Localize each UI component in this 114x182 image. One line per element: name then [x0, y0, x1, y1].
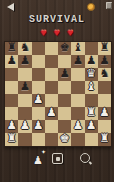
square-d3[interactable]: ♟: [45, 107, 58, 120]
square-e1[interactable]: ♚: [58, 133, 71, 146]
square-c7[interactable]: [32, 55, 45, 68]
square-b5[interactable]: ♟: [18, 81, 31, 94]
square-a7[interactable]: ♟: [5, 55, 18, 68]
square-f5[interactable]: [71, 81, 84, 94]
square-b4[interactable]: [18, 94, 31, 107]
square-b1[interactable]: [18, 133, 31, 146]
square-c2[interactable]: ♟: [32, 120, 45, 133]
piece-white-pawn[interactable]: ♟: [71, 119, 84, 132]
square-d6[interactable]: [45, 68, 58, 81]
piece-black-pawn[interactable]: ♟: [18, 54, 31, 67]
piece-powerup-button[interactable]: ♟ ✦: [30, 150, 46, 167]
piece-black-pawn[interactable]: ♟: [71, 54, 84, 67]
lens-button[interactable]: [77, 150, 93, 167]
square-f2[interactable]: ♟: [71, 120, 84, 133]
square-e8[interactable]: ♚: [58, 42, 71, 55]
square-e3[interactable]: [58, 107, 71, 120]
heart-icon: ♥: [41, 28, 47, 38]
piece-white-pawn[interactable]: ♟: [32, 119, 45, 132]
square-a1[interactable]: ♜: [5, 133, 18, 146]
square-h3[interactable]: ♟: [98, 107, 111, 120]
heart-icon: ♥: [54, 28, 60, 38]
square-c6[interactable]: [32, 68, 45, 81]
game-screen: SURVIVAL ♥ ♥ ♥ ♜♞♚♝♜♟♟♟♟♟♟♛♞♟♝♟♟♜♟♟♟♟♟♟♜…: [0, 0, 114, 182]
piece-white-king[interactable]: ♚: [58, 132, 71, 145]
square-a6[interactable]: [5, 68, 18, 81]
sparkle-icon: ✦: [41, 148, 46, 155]
piece-white-pawn[interactable]: ♟: [32, 93, 45, 106]
piece-white-bishop[interactable]: ♝: [85, 80, 98, 93]
square-b7[interactable]: ♟: [18, 55, 31, 68]
square-d7[interactable]: [45, 55, 58, 68]
square-d8[interactable]: [45, 42, 58, 55]
pawn-icon: ♟: [33, 154, 43, 167]
heart-icon: ♥: [67, 28, 73, 38]
lives-row: ♥ ♥ ♥: [0, 26, 114, 38]
square-f4[interactable]: [71, 94, 84, 107]
piece-white-rook[interactable]: ♜: [5, 132, 18, 145]
square-h5[interactable]: [98, 81, 111, 94]
piece-white-pawn[interactable]: ♟: [98, 106, 111, 119]
square-f1[interactable]: [71, 133, 84, 146]
square-e4[interactable]: [58, 94, 71, 107]
square-a4[interactable]: [5, 94, 18, 107]
square-f6[interactable]: [71, 68, 84, 81]
square-b2[interactable]: ♟: [18, 120, 31, 133]
piece-black-king[interactable]: ♚: [58, 41, 71, 54]
square-d2[interactable]: [45, 120, 58, 133]
square-h6[interactable]: ♞: [98, 68, 111, 81]
square-g1[interactable]: [85, 133, 98, 146]
box-button[interactable]: [49, 150, 65, 167]
square-c8[interactable]: [32, 42, 45, 55]
piece-black-pawn[interactable]: ♟: [58, 67, 71, 80]
square-g5[interactable]: ♝: [85, 81, 98, 94]
chess-board: ♜♞♚♝♜♟♟♟♟♟♟♛♞♟♝♟♟♜♟♟♟♟♟♟♜♚♜: [4, 41, 112, 147]
square-d1[interactable]: [45, 133, 58, 146]
piece-white-pawn[interactable]: ♟: [85, 119, 98, 132]
piece-black-knight[interactable]: ♞: [98, 67, 111, 80]
square-f7[interactable]: ♟: [71, 55, 84, 68]
square-d5[interactable]: [45, 81, 58, 94]
square-e5[interactable]: [58, 81, 71, 94]
lens-handle-icon: [89, 161, 92, 164]
back-button[interactable]: [7, 3, 14, 11]
piece-white-pawn[interactable]: ♟: [45, 106, 58, 119]
piece-white-pawn[interactable]: ♟: [18, 119, 31, 132]
coin-icon: [87, 3, 95, 11]
piece-black-pawn[interactable]: ♟: [5, 54, 18, 67]
box-dot-icon: [56, 157, 60, 161]
piece-black-pawn[interactable]: ♟: [18, 80, 31, 93]
square-h1[interactable]: ♜: [98, 133, 111, 146]
square-c4[interactable]: ♟: [32, 94, 45, 107]
piece-white-rook[interactable]: ♜: [98, 132, 111, 145]
page-title: SURVIVAL: [0, 14, 114, 25]
square-a5[interactable]: [5, 81, 18, 94]
square-e6[interactable]: ♟: [58, 68, 71, 81]
square-g2[interactable]: ♟: [85, 120, 98, 133]
square-c1[interactable]: [32, 133, 45, 146]
settings-icon[interactable]: [106, 2, 112, 9]
